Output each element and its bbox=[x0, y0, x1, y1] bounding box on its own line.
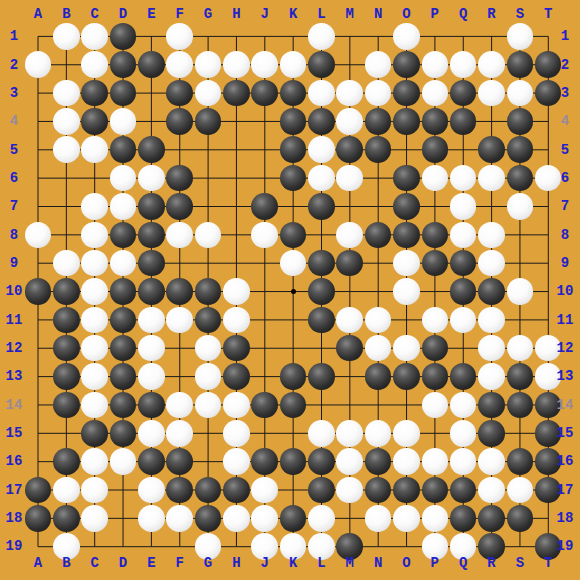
intersection-J15[interactable] bbox=[251, 419, 279, 447]
intersection-E8[interactable] bbox=[137, 221, 165, 249]
intersection-A18[interactable] bbox=[24, 504, 52, 532]
intersection-F4[interactable] bbox=[166, 107, 194, 135]
intersection-R1[interactable] bbox=[477, 22, 505, 50]
intersection-D3[interactable] bbox=[109, 79, 137, 107]
intersection-F7[interactable] bbox=[166, 192, 194, 220]
intersection-L12[interactable] bbox=[307, 334, 335, 362]
intersection-H12[interactable] bbox=[222, 334, 250, 362]
intersection-C6[interactable] bbox=[81, 164, 109, 192]
intersection-O13[interactable] bbox=[392, 362, 420, 390]
intersection-A7[interactable] bbox=[24, 192, 52, 220]
intersection-G2[interactable] bbox=[194, 51, 222, 79]
intersection-R17[interactable] bbox=[477, 476, 505, 504]
intersection-L17[interactable] bbox=[307, 476, 335, 504]
intersection-N16[interactable] bbox=[364, 447, 392, 475]
intersection-L10[interactable] bbox=[307, 277, 335, 305]
intersection-C18[interactable] bbox=[81, 504, 109, 532]
intersection-E11[interactable] bbox=[137, 306, 165, 334]
intersection-G4[interactable] bbox=[194, 107, 222, 135]
intersection-R5[interactable] bbox=[477, 136, 505, 164]
intersection-P3[interactable] bbox=[421, 79, 449, 107]
intersection-D6[interactable] bbox=[109, 164, 137, 192]
intersection-N5[interactable] bbox=[364, 136, 392, 164]
intersection-O16[interactable] bbox=[392, 447, 420, 475]
intersection-Q3[interactable] bbox=[449, 79, 477, 107]
intersection-N10[interactable] bbox=[364, 277, 392, 305]
intersection-B14[interactable] bbox=[52, 391, 80, 419]
intersection-B12[interactable] bbox=[52, 334, 80, 362]
intersection-S5[interactable] bbox=[506, 136, 534, 164]
intersection-D5[interactable] bbox=[109, 136, 137, 164]
intersection-P2[interactable] bbox=[421, 51, 449, 79]
intersection-B1[interactable] bbox=[52, 22, 80, 50]
intersection-F9[interactable] bbox=[166, 249, 194, 277]
intersection-K14[interactable] bbox=[279, 391, 307, 419]
intersection-M15[interactable] bbox=[336, 419, 364, 447]
intersection-J6[interactable] bbox=[251, 164, 279, 192]
intersection-K17[interactable] bbox=[279, 476, 307, 504]
intersection-D17[interactable] bbox=[109, 476, 137, 504]
intersection-C1[interactable] bbox=[81, 22, 109, 50]
intersection-P4[interactable] bbox=[421, 107, 449, 135]
intersection-M12[interactable] bbox=[336, 334, 364, 362]
intersection-E16[interactable] bbox=[137, 447, 165, 475]
intersection-E1[interactable] bbox=[137, 22, 165, 50]
intersection-M9[interactable] bbox=[336, 249, 364, 277]
intersection-Q8[interactable] bbox=[449, 221, 477, 249]
intersection-P17[interactable] bbox=[421, 476, 449, 504]
intersection-L7[interactable] bbox=[307, 192, 335, 220]
intersection-D11[interactable] bbox=[109, 306, 137, 334]
intersection-E18[interactable] bbox=[137, 504, 165, 532]
intersection-D14[interactable] bbox=[109, 391, 137, 419]
intersection-C8[interactable] bbox=[81, 221, 109, 249]
intersection-H5[interactable] bbox=[222, 136, 250, 164]
intersection-H13[interactable] bbox=[222, 362, 250, 390]
intersection-S2[interactable] bbox=[506, 51, 534, 79]
intersection-P15[interactable] bbox=[421, 419, 449, 447]
intersection-O12[interactable] bbox=[392, 334, 420, 362]
intersection-N3[interactable] bbox=[364, 79, 392, 107]
intersection-E3[interactable] bbox=[137, 79, 165, 107]
intersection-P7[interactable] bbox=[421, 192, 449, 220]
intersection-P14[interactable] bbox=[421, 391, 449, 419]
intersection-J12[interactable] bbox=[251, 334, 279, 362]
intersection-E5[interactable] bbox=[137, 136, 165, 164]
intersection-L15[interactable] bbox=[307, 419, 335, 447]
intersection-M6[interactable] bbox=[336, 164, 364, 192]
intersection-H14[interactable] bbox=[222, 391, 250, 419]
intersection-S16[interactable] bbox=[506, 447, 534, 475]
intersection-B4[interactable] bbox=[52, 107, 80, 135]
intersection-G13[interactable] bbox=[194, 362, 222, 390]
intersection-G14[interactable] bbox=[194, 391, 222, 419]
intersection-D16[interactable] bbox=[109, 447, 137, 475]
intersection-L8[interactable] bbox=[307, 221, 335, 249]
intersection-M18[interactable] bbox=[336, 504, 364, 532]
intersection-F16[interactable] bbox=[166, 447, 194, 475]
intersection-F10[interactable] bbox=[166, 277, 194, 305]
intersection-Q2[interactable] bbox=[449, 51, 477, 79]
intersection-M11[interactable] bbox=[336, 306, 364, 334]
intersection-N11[interactable] bbox=[364, 306, 392, 334]
intersection-O6[interactable] bbox=[392, 164, 420, 192]
intersection-H4[interactable] bbox=[222, 107, 250, 135]
intersection-S17[interactable] bbox=[506, 476, 534, 504]
intersection-L5[interactable] bbox=[307, 136, 335, 164]
intersection-E10[interactable] bbox=[137, 277, 165, 305]
intersection-M17[interactable] bbox=[336, 476, 364, 504]
intersection-M3[interactable] bbox=[336, 79, 364, 107]
intersection-F5[interactable] bbox=[166, 136, 194, 164]
intersection-M14[interactable] bbox=[336, 391, 364, 419]
intersection-O7[interactable] bbox=[392, 192, 420, 220]
intersection-R10[interactable] bbox=[477, 277, 505, 305]
intersection-E2[interactable] bbox=[137, 51, 165, 79]
intersection-N2[interactable] bbox=[364, 51, 392, 79]
intersection-K16[interactable] bbox=[279, 447, 307, 475]
intersection-N8[interactable] bbox=[364, 221, 392, 249]
intersection-H3[interactable] bbox=[222, 79, 250, 107]
intersection-S3[interactable] bbox=[506, 79, 534, 107]
intersection-A15[interactable] bbox=[24, 419, 52, 447]
intersection-D2[interactable] bbox=[109, 51, 137, 79]
intersection-H6[interactable] bbox=[222, 164, 250, 192]
intersection-A13[interactable] bbox=[24, 362, 52, 390]
intersection-H16[interactable] bbox=[222, 447, 250, 475]
intersection-M7[interactable] bbox=[336, 192, 364, 220]
intersection-N4[interactable] bbox=[364, 107, 392, 135]
intersection-A5[interactable] bbox=[24, 136, 52, 164]
intersection-R9[interactable] bbox=[477, 249, 505, 277]
intersection-N17[interactable] bbox=[364, 476, 392, 504]
intersection-C9[interactable] bbox=[81, 249, 109, 277]
intersection-M5[interactable] bbox=[336, 136, 364, 164]
intersection-L9[interactable] bbox=[307, 249, 335, 277]
intersection-F8[interactable] bbox=[166, 221, 194, 249]
intersection-O15[interactable] bbox=[392, 419, 420, 447]
intersection-O3[interactable] bbox=[392, 79, 420, 107]
intersection-G11[interactable] bbox=[194, 306, 222, 334]
intersection-J10[interactable] bbox=[251, 277, 279, 305]
intersection-B10[interactable] bbox=[52, 277, 80, 305]
intersection-D18[interactable] bbox=[109, 504, 137, 532]
intersection-Q18[interactable] bbox=[449, 504, 477, 532]
intersection-G18[interactable] bbox=[194, 504, 222, 532]
intersection-S18[interactable] bbox=[506, 504, 534, 532]
intersection-A3[interactable] bbox=[24, 79, 52, 107]
intersection-M16[interactable] bbox=[336, 447, 364, 475]
intersection-M4[interactable] bbox=[336, 107, 364, 135]
intersection-R12[interactable] bbox=[477, 334, 505, 362]
intersection-Q7[interactable] bbox=[449, 192, 477, 220]
intersection-P9[interactable] bbox=[421, 249, 449, 277]
intersection-P11[interactable] bbox=[421, 306, 449, 334]
intersection-C3[interactable] bbox=[81, 79, 109, 107]
intersection-A16[interactable] bbox=[24, 447, 52, 475]
intersection-P16[interactable] bbox=[421, 447, 449, 475]
intersection-D13[interactable] bbox=[109, 362, 137, 390]
intersection-P12[interactable] bbox=[421, 334, 449, 362]
intersection-O18[interactable] bbox=[392, 504, 420, 532]
intersection-J18[interactable] bbox=[251, 504, 279, 532]
intersection-K7[interactable] bbox=[279, 192, 307, 220]
intersection-K15[interactable] bbox=[279, 419, 307, 447]
intersection-G9[interactable] bbox=[194, 249, 222, 277]
intersection-D10[interactable] bbox=[109, 277, 137, 305]
intersection-B5[interactable] bbox=[52, 136, 80, 164]
intersection-K12[interactable] bbox=[279, 334, 307, 362]
intersection-J2[interactable] bbox=[251, 51, 279, 79]
intersection-G12[interactable] bbox=[194, 334, 222, 362]
intersection-E17[interactable] bbox=[137, 476, 165, 504]
intersection-A14[interactable] bbox=[24, 391, 52, 419]
intersection-P13[interactable] bbox=[421, 362, 449, 390]
intersection-H15[interactable] bbox=[222, 419, 250, 447]
intersection-E12[interactable] bbox=[137, 334, 165, 362]
intersection-E13[interactable] bbox=[137, 362, 165, 390]
intersection-F18[interactable] bbox=[166, 504, 194, 532]
intersection-A8[interactable] bbox=[24, 221, 52, 249]
intersection-G1[interactable] bbox=[194, 22, 222, 50]
intersection-O9[interactable] bbox=[392, 249, 420, 277]
intersection-G16[interactable] bbox=[194, 447, 222, 475]
intersection-R6[interactable] bbox=[477, 164, 505, 192]
intersection-G8[interactable] bbox=[194, 221, 222, 249]
intersection-N13[interactable] bbox=[364, 362, 392, 390]
intersection-F6[interactable] bbox=[166, 164, 194, 192]
intersection-E9[interactable] bbox=[137, 249, 165, 277]
intersection-Q6[interactable] bbox=[449, 164, 477, 192]
intersection-J3[interactable] bbox=[251, 79, 279, 107]
intersection-N1[interactable] bbox=[364, 22, 392, 50]
intersection-S10[interactable] bbox=[506, 277, 534, 305]
intersection-G17[interactable] bbox=[194, 476, 222, 504]
intersection-R2[interactable] bbox=[477, 51, 505, 79]
intersection-R16[interactable] bbox=[477, 447, 505, 475]
intersection-K5[interactable] bbox=[279, 136, 307, 164]
intersection-R8[interactable] bbox=[477, 221, 505, 249]
intersection-E15[interactable] bbox=[137, 419, 165, 447]
intersection-N14[interactable] bbox=[364, 391, 392, 419]
intersection-K13[interactable] bbox=[279, 362, 307, 390]
intersection-C14[interactable] bbox=[81, 391, 109, 419]
intersection-L3[interactable] bbox=[307, 79, 335, 107]
intersection-J11[interactable] bbox=[251, 306, 279, 334]
intersection-B11[interactable] bbox=[52, 306, 80, 334]
intersection-R15[interactable] bbox=[477, 419, 505, 447]
intersection-S11[interactable] bbox=[506, 306, 534, 334]
intersection-N6[interactable] bbox=[364, 164, 392, 192]
intersection-N7[interactable] bbox=[364, 192, 392, 220]
intersection-H9[interactable] bbox=[222, 249, 250, 277]
intersection-J17[interactable] bbox=[251, 476, 279, 504]
intersection-J13[interactable] bbox=[251, 362, 279, 390]
intersection-G7[interactable] bbox=[194, 192, 222, 220]
intersection-F14[interactable] bbox=[166, 391, 194, 419]
intersection-J16[interactable] bbox=[251, 447, 279, 475]
intersection-B3[interactable] bbox=[52, 79, 80, 107]
intersection-L14[interactable] bbox=[307, 391, 335, 419]
intersection-L11[interactable] bbox=[307, 306, 335, 334]
intersection-N12[interactable] bbox=[364, 334, 392, 362]
intersection-L13[interactable] bbox=[307, 362, 335, 390]
intersection-A2[interactable] bbox=[24, 51, 52, 79]
intersection-C4[interactable] bbox=[81, 107, 109, 135]
intersection-F3[interactable] bbox=[166, 79, 194, 107]
intersection-M2[interactable] bbox=[336, 51, 364, 79]
intersection-D8[interactable] bbox=[109, 221, 137, 249]
intersection-B7[interactable] bbox=[52, 192, 80, 220]
intersection-C15[interactable] bbox=[81, 419, 109, 447]
intersection-L2[interactable] bbox=[307, 51, 335, 79]
intersection-H8[interactable] bbox=[222, 221, 250, 249]
intersection-F15[interactable] bbox=[166, 419, 194, 447]
intersection-Q9[interactable] bbox=[449, 249, 477, 277]
intersection-C13[interactable] bbox=[81, 362, 109, 390]
intersection-L16[interactable] bbox=[307, 447, 335, 475]
intersection-A10[interactable] bbox=[24, 277, 52, 305]
intersection-A9[interactable] bbox=[24, 249, 52, 277]
intersection-R3[interactable] bbox=[477, 79, 505, 107]
intersection-P6[interactable] bbox=[421, 164, 449, 192]
intersection-F2[interactable] bbox=[166, 51, 194, 79]
intersection-S8[interactable] bbox=[506, 221, 534, 249]
intersection-R7[interactable] bbox=[477, 192, 505, 220]
intersection-K2[interactable] bbox=[279, 51, 307, 79]
intersection-R18[interactable] bbox=[477, 504, 505, 532]
intersection-C2[interactable] bbox=[81, 51, 109, 79]
intersection-C11[interactable] bbox=[81, 306, 109, 334]
intersection-M10[interactable] bbox=[336, 277, 364, 305]
intersection-R13[interactable] bbox=[477, 362, 505, 390]
intersection-Q5[interactable] bbox=[449, 136, 477, 164]
intersection-D1[interactable] bbox=[109, 22, 137, 50]
intersection-F13[interactable] bbox=[166, 362, 194, 390]
intersection-H7[interactable] bbox=[222, 192, 250, 220]
intersection-K1[interactable] bbox=[279, 22, 307, 50]
intersection-H10[interactable] bbox=[222, 277, 250, 305]
intersection-H11[interactable] bbox=[222, 306, 250, 334]
intersection-G15[interactable] bbox=[194, 419, 222, 447]
intersection-E4[interactable] bbox=[137, 107, 165, 135]
intersection-N18[interactable] bbox=[364, 504, 392, 532]
intersection-A17[interactable] bbox=[24, 476, 52, 504]
intersection-M13[interactable] bbox=[336, 362, 364, 390]
intersection-F17[interactable] bbox=[166, 476, 194, 504]
intersection-B18[interactable] bbox=[52, 504, 80, 532]
intersection-O11[interactable] bbox=[392, 306, 420, 334]
intersection-Q12[interactable] bbox=[449, 334, 477, 362]
intersection-C7[interactable] bbox=[81, 192, 109, 220]
intersection-Q11[interactable] bbox=[449, 306, 477, 334]
intersection-J5[interactable] bbox=[251, 136, 279, 164]
intersection-A12[interactable] bbox=[24, 334, 52, 362]
intersection-E6[interactable] bbox=[137, 164, 165, 192]
intersection-D9[interactable] bbox=[109, 249, 137, 277]
intersection-O14[interactable] bbox=[392, 391, 420, 419]
intersection-B6[interactable] bbox=[52, 164, 80, 192]
intersection-O4[interactable] bbox=[392, 107, 420, 135]
intersection-Q10[interactable] bbox=[449, 277, 477, 305]
intersection-K9[interactable] bbox=[279, 249, 307, 277]
intersection-O8[interactable] bbox=[392, 221, 420, 249]
intersection-Q4[interactable] bbox=[449, 107, 477, 135]
intersection-N9[interactable] bbox=[364, 249, 392, 277]
intersection-D4[interactable] bbox=[109, 107, 137, 135]
intersection-P1[interactable] bbox=[421, 22, 449, 50]
intersection-B8[interactable] bbox=[52, 221, 80, 249]
intersection-H17[interactable] bbox=[222, 476, 250, 504]
intersection-M8[interactable] bbox=[336, 221, 364, 249]
intersection-M1[interactable] bbox=[336, 22, 364, 50]
intersection-C17[interactable] bbox=[81, 476, 109, 504]
intersection-H18[interactable] bbox=[222, 504, 250, 532]
intersection-A4[interactable] bbox=[24, 107, 52, 135]
intersection-J1[interactable] bbox=[251, 22, 279, 50]
intersection-L4[interactable] bbox=[307, 107, 335, 135]
intersection-A6[interactable] bbox=[24, 164, 52, 192]
intersection-S12[interactable] bbox=[506, 334, 534, 362]
intersection-J7[interactable] bbox=[251, 192, 279, 220]
intersection-S15[interactable] bbox=[506, 419, 534, 447]
intersection-J4[interactable] bbox=[251, 107, 279, 135]
intersection-L1[interactable] bbox=[307, 22, 335, 50]
intersection-F11[interactable] bbox=[166, 306, 194, 334]
intersection-D12[interactable] bbox=[109, 334, 137, 362]
intersection-S9[interactable] bbox=[506, 249, 534, 277]
intersection-K8[interactable] bbox=[279, 221, 307, 249]
intersection-P18[interactable] bbox=[421, 504, 449, 532]
intersection-H2[interactable] bbox=[222, 51, 250, 79]
intersection-K3[interactable] bbox=[279, 79, 307, 107]
intersection-J9[interactable] bbox=[251, 249, 279, 277]
intersection-H1[interactable] bbox=[222, 22, 250, 50]
intersection-K4[interactable] bbox=[279, 107, 307, 135]
intersection-O17[interactable] bbox=[392, 476, 420, 504]
intersection-G10[interactable] bbox=[194, 277, 222, 305]
intersection-R11[interactable] bbox=[477, 306, 505, 334]
intersection-S1[interactable] bbox=[506, 22, 534, 50]
intersection-D15[interactable] bbox=[109, 419, 137, 447]
intersection-R14[interactable] bbox=[477, 391, 505, 419]
intersection-O10[interactable] bbox=[392, 277, 420, 305]
intersection-E7[interactable] bbox=[137, 192, 165, 220]
intersection-B9[interactable] bbox=[52, 249, 80, 277]
intersection-L18[interactable] bbox=[307, 504, 335, 532]
intersection-G5[interactable] bbox=[194, 136, 222, 164]
intersection-S4[interactable] bbox=[506, 107, 534, 135]
intersection-Q15[interactable] bbox=[449, 419, 477, 447]
intersection-P5[interactable] bbox=[421, 136, 449, 164]
intersection-S6[interactable] bbox=[506, 164, 534, 192]
intersection-O5[interactable] bbox=[392, 136, 420, 164]
intersection-F1[interactable] bbox=[166, 22, 194, 50]
intersection-A11[interactable] bbox=[24, 306, 52, 334]
intersection-F12[interactable] bbox=[166, 334, 194, 362]
intersection-O1[interactable] bbox=[392, 22, 420, 50]
intersection-S7[interactable] bbox=[506, 192, 534, 220]
intersection-Q14[interactable] bbox=[449, 391, 477, 419]
intersection-J14[interactable] bbox=[251, 391, 279, 419]
intersection-P8[interactable] bbox=[421, 221, 449, 249]
intersection-B15[interactable] bbox=[52, 419, 80, 447]
intersection-L6[interactable] bbox=[307, 164, 335, 192]
intersection-R4[interactable] bbox=[477, 107, 505, 135]
intersection-K18[interactable] bbox=[279, 504, 307, 532]
intersection-Q17[interactable] bbox=[449, 476, 477, 504]
intersection-D7[interactable] bbox=[109, 192, 137, 220]
